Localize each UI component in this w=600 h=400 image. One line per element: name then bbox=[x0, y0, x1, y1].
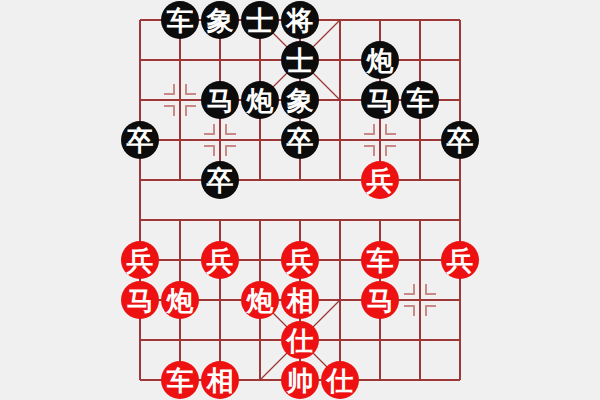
piece-black-soldier[interactable]: 卒 bbox=[281, 121, 319, 159]
point-marker-corner bbox=[364, 124, 375, 135]
piece-black-advisor[interactable]: 士 bbox=[241, 1, 279, 39]
point-marker bbox=[400, 280, 440, 320]
piece-black-cannon[interactable]: 炮 bbox=[241, 81, 279, 119]
piece-red-horse[interactable]: 马 bbox=[361, 281, 399, 319]
point-marker bbox=[200, 120, 240, 160]
piece-black-cannon[interactable]: 炮 bbox=[361, 41, 399, 79]
piece-black-horse[interactable]: 马 bbox=[201, 81, 239, 119]
piece-red-soldier[interactable]: 兵 bbox=[361, 161, 399, 199]
piece-red-soldier[interactable]: 兵 bbox=[201, 241, 239, 279]
point-marker-corner bbox=[425, 284, 436, 295]
piece-red-chariot[interactable]: 车 bbox=[361, 241, 399, 279]
piece-red-soldier[interactable]: 兵 bbox=[281, 241, 319, 279]
point-marker-corner bbox=[364, 145, 375, 156]
piece-red-chariot[interactable]: 车 bbox=[161, 361, 199, 399]
point-marker-corner bbox=[225, 124, 236, 135]
piece-black-chariot[interactable]: 车 bbox=[161, 1, 199, 39]
xiangqi-board: 车象士将士炮马炮象马车卒卒卒卒兵兵兵兵车兵马炮炮相马仕车相帅仕 bbox=[0, 0, 600, 400]
point-marker-corner bbox=[225, 145, 236, 156]
point-marker-corner bbox=[185, 84, 196, 95]
piece-red-cannon[interactable]: 炮 bbox=[241, 281, 279, 319]
point-marker-corner bbox=[204, 145, 215, 156]
piece-black-soldier[interactable]: 卒 bbox=[121, 121, 159, 159]
board-grid: 车象士将士炮马炮象马车卒卒卒卒兵兵兵兵车兵马炮炮相马仕车相帅仕 bbox=[120, 0, 480, 400]
piece-red-advisor[interactable]: 仕 bbox=[321, 361, 359, 399]
point-marker bbox=[360, 120, 400, 160]
point-marker-corner bbox=[404, 284, 415, 295]
piece-black-soldier[interactable]: 卒 bbox=[441, 121, 479, 159]
point-marker-corner bbox=[204, 124, 215, 135]
piece-red-elephant[interactable]: 相 bbox=[281, 281, 319, 319]
piece-black-chariot[interactable]: 车 bbox=[401, 81, 439, 119]
piece-black-horse[interactable]: 马 bbox=[361, 81, 399, 119]
point-marker-corner bbox=[404, 305, 415, 316]
point-marker-corner bbox=[164, 105, 175, 116]
piece-black-soldier[interactable]: 卒 bbox=[201, 161, 239, 199]
point-marker bbox=[160, 80, 200, 120]
point-marker-corner bbox=[385, 145, 396, 156]
piece-red-horse[interactable]: 马 bbox=[121, 281, 159, 319]
piece-black-advisor[interactable]: 士 bbox=[281, 41, 319, 79]
piece-red-general[interactable]: 帅 bbox=[281, 361, 319, 399]
piece-red-cannon[interactable]: 炮 bbox=[161, 281, 199, 319]
point-marker-corner bbox=[385, 124, 396, 135]
piece-red-elephant[interactable]: 相 bbox=[201, 361, 239, 399]
piece-black-elephant[interactable]: 象 bbox=[281, 81, 319, 119]
point-marker-corner bbox=[164, 84, 175, 95]
piece-red-soldier[interactable]: 兵 bbox=[441, 241, 479, 279]
point-marker-corner bbox=[185, 105, 196, 116]
point-marker-corner bbox=[425, 305, 436, 316]
piece-red-soldier[interactable]: 兵 bbox=[121, 241, 159, 279]
piece-black-general[interactable]: 将 bbox=[281, 1, 319, 39]
piece-red-advisor[interactable]: 仕 bbox=[281, 321, 319, 359]
piece-black-elephant[interactable]: 象 bbox=[201, 1, 239, 39]
